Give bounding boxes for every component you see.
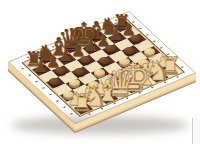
background-artifact (192, 118, 200, 144)
dark-checker-b6[interactable] (55, 67, 66, 74)
dark-checker-c5[interactable] (74, 68, 85, 75)
dark-pawn-c7[interactable]: ♟ (59, 48, 73, 64)
brass-pin (146, 34, 149, 36)
brass-pin (139, 27, 142, 29)
brass-pin (63, 106, 66, 108)
brass-pin (42, 87, 45, 89)
brass-pin (49, 94, 52, 96)
product-photo: ♜♞♝♛♚♝♞♜♟♟♟♟♟♟♟♟♟♟♟♟♟♟♟♟♜♞♝♛♚♝♞♜ (0, 0, 200, 144)
dark-pawn-e7[interactable]: ♟ (84, 38, 98, 54)
brass-pin (35, 81, 38, 83)
light-rook-a1[interactable]: ♜ (72, 91, 94, 115)
brass-pin (56, 100, 59, 102)
dark-pawn-g7[interactable]: ♟ (109, 27, 123, 43)
brass-pin (153, 40, 156, 42)
dark-checker-d6[interactable] (80, 56, 91, 63)
dark-pawn-a7[interactable]: ♟ (33, 59, 47, 75)
brass-pin (160, 47, 163, 49)
brass-pin (28, 74, 31, 76)
dark-checker-g5[interactable] (124, 47, 135, 54)
dark-checker-h6[interactable] (130, 35, 141, 42)
